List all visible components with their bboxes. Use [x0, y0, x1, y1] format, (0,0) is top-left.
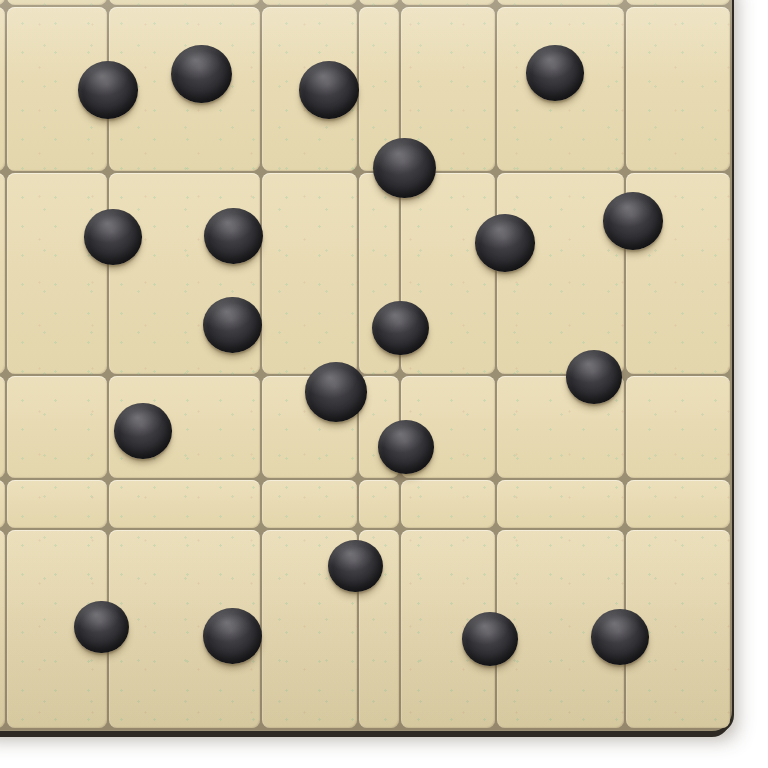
board-tile[interactable]	[497, 480, 624, 528]
board-tile[interactable]	[262, 173, 357, 374]
board-tile[interactable]	[626, 0, 730, 5]
black-stone[interactable]	[328, 540, 383, 593]
board-tile[interactable]	[7, 376, 107, 478]
black-stone[interactable]	[378, 420, 434, 474]
board-tile[interactable]	[497, 173, 624, 374]
black-stone[interactable]	[526, 45, 584, 101]
board-tile[interactable]	[359, 480, 399, 528]
black-stone[interactable]	[171, 45, 232, 104]
board-tile[interactable]	[0, 7, 5, 171]
black-stone[interactable]	[305, 362, 367, 422]
black-stone[interactable]	[203, 608, 262, 665]
board-tile[interactable]	[109, 480, 260, 528]
black-stone[interactable]	[566, 350, 622, 404]
board-tile[interactable]	[0, 0, 5, 5]
board-tile[interactable]	[359, 0, 399, 5]
board-tile[interactable]	[0, 530, 5, 728]
black-stone[interactable]	[74, 601, 129, 654]
board-tile[interactable]	[262, 480, 357, 528]
black-stone[interactable]	[373, 138, 436, 198]
black-stone[interactable]	[591, 609, 649, 665]
board-tile[interactable]	[7, 480, 107, 528]
board-tile[interactable]	[626, 7, 730, 171]
black-stone[interactable]	[462, 612, 518, 666]
board-tile[interactable]	[0, 376, 5, 478]
board-tile[interactable]	[497, 0, 624, 5]
board-tile[interactable]	[401, 0, 495, 5]
board-tile[interactable]	[262, 0, 357, 5]
black-stone[interactable]	[603, 192, 663, 250]
board-tile[interactable]	[0, 480, 5, 528]
black-stone[interactable]	[114, 403, 172, 459]
black-stone[interactable]	[372, 301, 429, 356]
black-stone[interactable]	[475, 214, 535, 272]
board-tile[interactable]	[626, 480, 730, 528]
board-tile[interactable]	[626, 376, 730, 478]
black-stone[interactable]	[84, 209, 142, 265]
board-tile[interactable]	[401, 480, 495, 528]
black-stone[interactable]	[203, 297, 262, 354]
black-stone[interactable]	[78, 61, 138, 119]
go-board-screenshot	[0, 0, 768, 768]
board-tile[interactable]	[109, 0, 260, 5]
black-stone[interactable]	[204, 208, 263, 265]
black-stone[interactable]	[299, 61, 359, 119]
board-tile[interactable]	[7, 0, 107, 5]
board-tile[interactable]	[7, 173, 107, 374]
board-tile[interactable]	[0, 173, 5, 374]
